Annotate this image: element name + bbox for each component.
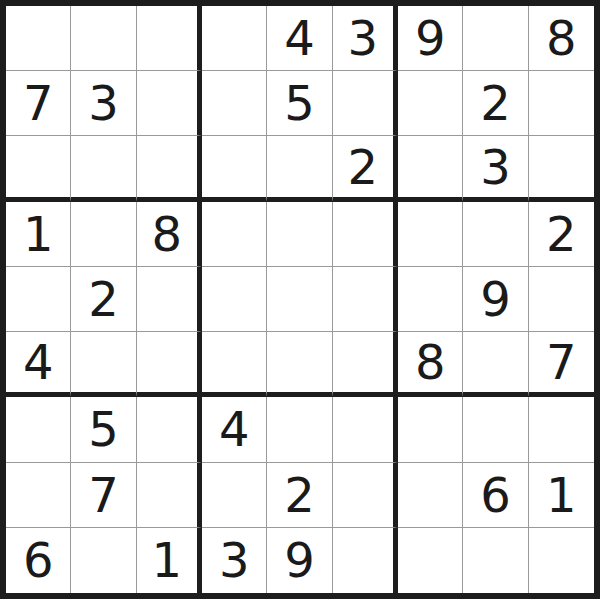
cell-r7c9[interactable] [529, 397, 594, 462]
cell-r6c1[interactable]: 4 [6, 332, 71, 397]
cell-r6c9[interactable]: 7 [529, 332, 594, 397]
sudoku-puzzle: 4398735223182294875472616139 [0, 0, 600, 599]
cell-r3c7[interactable] [398, 136, 463, 201]
cell-r7c1[interactable] [6, 397, 71, 462]
cell-r2c3[interactable] [137, 71, 202, 136]
cell-r2c4[interactable] [202, 71, 267, 136]
cell-r7c3[interactable] [137, 397, 202, 462]
cell-r1c8[interactable] [463, 6, 528, 71]
cell-r8c7[interactable] [398, 463, 463, 528]
cell-r2c8[interactable]: 2 [463, 71, 528, 136]
cell-r3c1[interactable] [6, 136, 71, 201]
cell-r5c9[interactable] [529, 267, 594, 332]
sudoku-board: 4398735223182294875472616139 [0, 0, 600, 599]
cell-r4c6[interactable] [333, 202, 398, 267]
cell-r9c7[interactable] [398, 528, 463, 593]
cell-r6c4[interactable] [202, 332, 267, 397]
cell-r6c6[interactable] [333, 332, 398, 397]
cell-r9c8[interactable] [463, 528, 528, 593]
cell-r7c8[interactable] [463, 397, 528, 462]
cell-r3c3[interactable] [137, 136, 202, 201]
cell-r3c9[interactable] [529, 136, 594, 201]
cell-r5c6[interactable] [333, 267, 398, 332]
cell-r1c7[interactable]: 9 [398, 6, 463, 71]
cell-r6c8[interactable] [463, 332, 528, 397]
cell-r2c7[interactable] [398, 71, 463, 136]
cell-r8c6[interactable] [333, 463, 398, 528]
cell-r1c1[interactable] [6, 6, 71, 71]
cell-r3c5[interactable] [267, 136, 332, 201]
cell-r2c9[interactable] [529, 71, 594, 136]
cell-r4c1[interactable]: 1 [6, 202, 71, 267]
cell-r5c5[interactable] [267, 267, 332, 332]
cell-r5c3[interactable] [137, 267, 202, 332]
cell-r2c2[interactable]: 3 [71, 71, 136, 136]
cell-r3c8[interactable]: 3 [463, 136, 528, 201]
cell-r4c9[interactable]: 2 [529, 202, 594, 267]
cell-r6c3[interactable] [137, 332, 202, 397]
cell-r9c1[interactable]: 6 [6, 528, 71, 593]
cell-r4c8[interactable] [463, 202, 528, 267]
cell-r9c6[interactable] [333, 528, 398, 593]
cell-r1c3[interactable] [137, 6, 202, 71]
cell-r8c5[interactable]: 2 [267, 463, 332, 528]
cell-r9c2[interactable] [71, 528, 136, 593]
cell-r1c9[interactable]: 8 [529, 6, 594, 71]
cell-r6c7[interactable]: 8 [398, 332, 463, 397]
cell-r8c2[interactable]: 7 [71, 463, 136, 528]
cell-r7c2[interactable]: 5 [71, 397, 136, 462]
cell-r8c4[interactable] [202, 463, 267, 528]
cell-r1c4[interactable] [202, 6, 267, 71]
cell-r9c9[interactable] [529, 528, 594, 593]
cell-r4c2[interactable] [71, 202, 136, 267]
cell-r6c2[interactable] [71, 332, 136, 397]
cell-r7c6[interactable] [333, 397, 398, 462]
cell-r3c2[interactable] [71, 136, 136, 201]
cell-r5c7[interactable] [398, 267, 463, 332]
cell-r2c6[interactable] [333, 71, 398, 136]
cell-r7c7[interactable] [398, 397, 463, 462]
cell-r3c6[interactable]: 2 [333, 136, 398, 201]
cell-r2c5[interactable]: 5 [267, 71, 332, 136]
cell-r1c2[interactable] [71, 6, 136, 71]
cell-r5c8[interactable]: 9 [463, 267, 528, 332]
cell-r4c7[interactable] [398, 202, 463, 267]
cell-r7c4[interactable]: 4 [202, 397, 267, 462]
cell-r8c3[interactable] [137, 463, 202, 528]
cell-r5c4[interactable] [202, 267, 267, 332]
cell-r9c3[interactable]: 1 [137, 528, 202, 593]
cell-r1c5[interactable]: 4 [267, 6, 332, 71]
cell-r4c5[interactable] [267, 202, 332, 267]
cell-r8c1[interactable] [6, 463, 71, 528]
cell-r8c9[interactable]: 1 [529, 463, 594, 528]
cell-r4c4[interactable] [202, 202, 267, 267]
cell-r4c3[interactable]: 8 [137, 202, 202, 267]
cell-r5c1[interactable] [6, 267, 71, 332]
cell-r6c5[interactable] [267, 332, 332, 397]
cell-r5c2[interactable]: 2 [71, 267, 136, 332]
cell-r9c4[interactable]: 3 [202, 528, 267, 593]
cell-r8c8[interactable]: 6 [463, 463, 528, 528]
cell-r2c1[interactable]: 7 [6, 71, 71, 136]
cell-r7c5[interactable] [267, 397, 332, 462]
cell-r1c6[interactable]: 3 [333, 6, 398, 71]
cell-r9c5[interactable]: 9 [267, 528, 332, 593]
cell-r3c4[interactable] [202, 136, 267, 201]
